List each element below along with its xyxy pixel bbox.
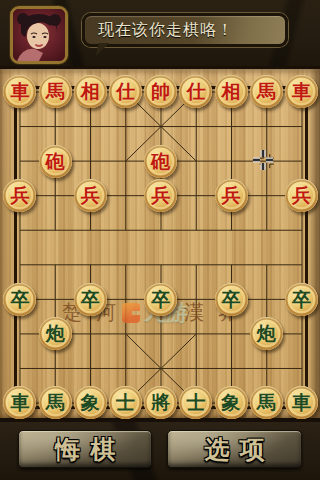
piece-glyph: 馬 [46, 393, 65, 412]
piece-red-horse[interactable]: 馬 [250, 75, 283, 108]
piece-red-elephant[interactable]: 相 [215, 75, 248, 108]
piece-glyph: 車 [10, 393, 29, 412]
options-button[interactable]: 选项 [167, 430, 302, 468]
piece-glyph: 卒 [292, 290, 311, 309]
piece-glyph: 砲 [151, 152, 170, 171]
options-label: 选项 [195, 433, 275, 466]
piece-black-soldier[interactable]: 卒 [74, 283, 107, 316]
piece-glyph: 馬 [257, 393, 276, 412]
piece-glyph: 相 [81, 82, 100, 101]
piece-glyph: 兵 [81, 186, 100, 205]
piece-red-general[interactable]: 帥 [144, 75, 177, 108]
status-bar: 现在该你走棋咯！ [0, 0, 320, 66]
undo-move-label: 悔棋 [45, 433, 125, 466]
bottom-toolbar: 悔棋 选项 [0, 422, 320, 480]
piece-black-rook[interactable]: 車 [3, 386, 36, 419]
piece-black-rook[interactable]: 車 [285, 386, 318, 419]
piece-black-elephant[interactable]: 象 [74, 386, 107, 419]
piece-glyph: 馬 [257, 82, 276, 101]
piece-glyph: 仕 [186, 82, 205, 101]
piece-black-elephant[interactable]: 象 [215, 386, 248, 419]
piece-glyph: 兵 [292, 186, 311, 205]
piece-glyph: 兵 [151, 186, 170, 205]
speech-bubble-tail [96, 43, 110, 56]
piece-black-cannon[interactable]: 炮 [250, 317, 283, 350]
piece-glyph: 仕 [116, 82, 135, 101]
xiangqi-board[interactable]: 楚河 漢界 九游 車馬相仕帥仕相馬車砲砲兵兵兵兵兵卒卒卒卒卒炮炮車馬象士將士象馬… [0, 66, 320, 422]
piece-glyph: 兵 [10, 186, 29, 205]
piece-glyph: 卒 [222, 290, 241, 309]
piece-red-cannon[interactable]: 砲 [39, 145, 72, 178]
piece-black-cannon[interactable]: 炮 [39, 317, 72, 350]
piece-glyph: 士 [116, 393, 135, 412]
piece-black-soldier[interactable]: 卒 [285, 283, 318, 316]
piece-glyph: 炮 [257, 324, 276, 343]
piece-glyph: 士 [186, 393, 205, 412]
piece-black-general[interactable]: 將 [144, 386, 177, 419]
piece-glyph: 車 [292, 393, 311, 412]
piece-black-advisor[interactable]: 士 [109, 386, 142, 419]
piece-red-advisor[interactable]: 仕 [179, 75, 212, 108]
xiangqi-app-screen: 现在该你走棋咯！ 楚河 漢界 九游 車馬相仕帥仕相馬車砲砲兵兵兵兵兵卒卒卒卒卒炮… [0, 0, 320, 480]
avatar-portrait [13, 9, 65, 61]
piece-glyph: 帥 [151, 82, 170, 101]
piece-glyph: 象 [222, 393, 241, 412]
piece-glyph: 兵 [222, 186, 241, 205]
piece-black-soldier[interactable]: 卒 [3, 283, 36, 316]
piece-red-soldier[interactable]: 兵 [285, 179, 318, 212]
piece-glyph: 卒 [151, 290, 170, 309]
piece-red-horse[interactable]: 馬 [39, 75, 72, 108]
piece-red-advisor[interactable]: 仕 [109, 75, 142, 108]
piece-red-elephant[interactable]: 相 [74, 75, 107, 108]
piece-glyph: 卒 [81, 290, 100, 309]
piece-glyph: 車 [10, 82, 29, 101]
piece-red-soldier[interactable]: 兵 [74, 179, 107, 212]
piece-black-soldier[interactable]: 卒 [215, 283, 248, 316]
piece-black-soldier[interactable]: 卒 [144, 283, 177, 316]
piece-glyph: 車 [292, 82, 311, 101]
piece-red-soldier[interactable]: 兵 [215, 179, 248, 212]
piece-black-advisor[interactable]: 士 [179, 386, 212, 419]
piece-black-horse[interactable]: 馬 [39, 386, 72, 419]
piece-glyph: 炮 [46, 324, 65, 343]
piece-glyph: 相 [222, 82, 241, 101]
piece-glyph: 卒 [10, 290, 29, 309]
avatar [10, 6, 68, 64]
status-message: 现在该你走棋咯！ [85, 20, 234, 41]
piece-red-cannon[interactable]: 砲 [144, 145, 177, 178]
piece-red-rook[interactable]: 車 [285, 75, 318, 108]
piece-red-soldier[interactable]: 兵 [3, 179, 36, 212]
piece-grid: 車馬相仕帥仕相馬車砲砲兵兵兵兵兵卒卒卒卒卒炮炮車馬象士將士象馬車 [2, 75, 319, 420]
piece-black-horse[interactable]: 馬 [250, 386, 283, 419]
undo-move-button[interactable]: 悔棋 [18, 430, 152, 468]
piece-glyph: 馬 [46, 82, 65, 101]
piece-glyph: 象 [81, 393, 100, 412]
piece-glyph: 砲 [46, 152, 65, 171]
speech-bubble: 现在该你走棋咯！ [82, 13, 288, 47]
piece-glyph: 將 [151, 393, 170, 412]
piece-red-soldier[interactable]: 兵 [144, 179, 177, 212]
piece-red-rook[interactable]: 車 [3, 75, 36, 108]
